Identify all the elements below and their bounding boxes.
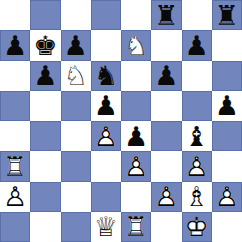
black-bishop-icon: ♝: [182, 121, 212, 151]
black-pawn-icon: ♟: [30, 61, 60, 91]
square-e2[interactable]: [121, 182, 151, 212]
square-h5[interactable]: ♟: [212, 91, 242, 121]
black-pawn-icon: ♟: [121, 121, 151, 151]
square-e8[interactable]: [121, 0, 151, 30]
piece-white-pawn[interactable]: ♟♙: [212, 182, 242, 212]
square-h8[interactable]: ♜: [212, 0, 242, 30]
square-e6[interactable]: [121, 61, 151, 91]
square-h6[interactable]: [212, 61, 242, 91]
piece-white-pawn[interactable]: ♟♙: [151, 182, 181, 212]
square-c6[interactable]: ♞♘: [61, 61, 91, 91]
white-king-icon: ♔: [182, 212, 212, 242]
square-b5[interactable]: [30, 91, 60, 121]
piece-white-pawn[interactable]: ♟♙: [91, 121, 121, 151]
square-g5[interactable]: [182, 91, 212, 121]
square-g2[interactable]: ♝♗: [182, 182, 212, 212]
square-a6[interactable]: [0, 61, 30, 91]
piece-white-rook[interactable]: ♜♖: [0, 151, 30, 181]
piece-white-rook[interactable]: ♜♖: [121, 212, 151, 242]
square-e7[interactable]: ♞♘: [121, 30, 151, 60]
white-pawn-icon: ♙: [182, 151, 212, 181]
square-c2[interactable]: [61, 182, 91, 212]
square-c4[interactable]: [61, 121, 91, 151]
white-pawn-icon: ♙: [0, 182, 30, 212]
square-e5[interactable]: [121, 91, 151, 121]
square-d8[interactable]: [91, 0, 121, 30]
black-rook-icon: ♜: [212, 0, 242, 30]
piece-black-bishop[interactable]: ♝: [182, 121, 212, 151]
piece-black-pawn[interactable]: ♟: [30, 61, 60, 91]
piece-black-pawn[interactable]: ♟: [212, 91, 242, 121]
piece-white-king[interactable]: ♚♔: [182, 212, 212, 242]
square-f4[interactable]: [151, 121, 181, 151]
square-f6[interactable]: ♟: [151, 61, 181, 91]
piece-black-rook[interactable]: ♜: [212, 0, 242, 30]
white-rook-icon: ♖: [0, 151, 30, 181]
square-g3[interactable]: ♟♙: [182, 151, 212, 181]
piece-white-knight[interactable]: ♞♘: [61, 61, 91, 91]
square-f1[interactable]: [151, 212, 181, 242]
square-g8[interactable]: [182, 0, 212, 30]
square-g1[interactable]: ♚♔: [182, 212, 212, 242]
black-knight-icon: ♞: [91, 61, 121, 91]
square-d7[interactable]: [91, 30, 121, 60]
black-pawn-icon: ♟: [212, 91, 242, 121]
square-f2[interactable]: ♟♙: [151, 182, 181, 212]
piece-black-king[interactable]: ♚: [30, 30, 60, 60]
square-f5[interactable]: [151, 91, 181, 121]
piece-white-pawn[interactable]: ♟♙: [0, 182, 30, 212]
square-e3[interactable]: ♟♙: [121, 151, 151, 181]
square-d1[interactable]: ♛♕: [91, 212, 121, 242]
square-c8[interactable]: [61, 0, 91, 30]
chess-board: ♜♜♟♚♟♞♘♟♟♞♘♞♟♟♟♟♙♟♝♜♖♟♙♟♙♟♙♟♙♝♗♟♙♛♕♜♖♚♔: [0, 0, 242, 242]
square-a7[interactable]: ♟: [0, 30, 30, 60]
square-a5[interactable]: [0, 91, 30, 121]
white-pawn-icon: ♙: [212, 182, 242, 212]
piece-white-bishop[interactable]: ♝♗: [182, 182, 212, 212]
square-f3[interactable]: [151, 151, 181, 181]
square-g7[interactable]: ♟: [182, 30, 212, 60]
square-c3[interactable]: [61, 151, 91, 181]
black-king-icon: ♚: [30, 30, 60, 60]
square-b8[interactable]: [30, 0, 60, 30]
black-pawn-icon: ♟: [151, 61, 181, 91]
black-rook-icon: ♜: [151, 0, 181, 30]
piece-white-pawn[interactable]: ♟♙: [121, 151, 151, 181]
square-h4[interactable]: [212, 121, 242, 151]
square-a1[interactable]: [0, 212, 30, 242]
square-b6[interactable]: ♟: [30, 61, 60, 91]
square-e1[interactable]: ♜♖: [121, 212, 151, 242]
white-pawn-icon: ♙: [121, 151, 151, 181]
square-f7[interactable]: [151, 30, 181, 60]
square-d6[interactable]: ♞: [91, 61, 121, 91]
square-c5[interactable]: [61, 91, 91, 121]
piece-black-pawn[interactable]: ♟: [151, 61, 181, 91]
black-pawn-icon: ♟: [61, 30, 91, 60]
square-h3[interactable]: [212, 151, 242, 181]
black-pawn-icon: ♟: [182, 30, 212, 60]
square-f8[interactable]: ♜: [151, 0, 181, 30]
square-g4[interactable]: ♝: [182, 121, 212, 151]
white-rook-icon: ♖: [121, 212, 151, 242]
square-h1[interactable]: [212, 212, 242, 242]
piece-black-pawn[interactable]: ♟: [121, 121, 151, 151]
square-e4[interactable]: ♟: [121, 121, 151, 151]
piece-black-pawn[interactable]: ♟: [91, 91, 121, 121]
square-g6[interactable]: [182, 61, 212, 91]
piece-black-pawn[interactable]: ♟: [0, 30, 30, 60]
white-queen-icon: ♕: [91, 212, 121, 242]
square-c1[interactable]: [61, 212, 91, 242]
square-b7[interactable]: ♚: [30, 30, 60, 60]
white-pawn-icon: ♙: [91, 121, 121, 151]
piece-white-pawn[interactable]: ♟♙: [182, 151, 212, 181]
piece-black-pawn[interactable]: ♟: [182, 30, 212, 60]
white-bishop-icon: ♗: [182, 182, 212, 212]
square-c7[interactable]: ♟: [61, 30, 91, 60]
white-pawn-icon: ♙: [151, 182, 181, 212]
square-a3[interactable]: ♜♖: [0, 151, 30, 181]
square-a2[interactable]: ♟♙: [0, 182, 30, 212]
square-d2[interactable]: [91, 182, 121, 212]
white-knight-icon: ♘: [61, 61, 91, 91]
chess-app: ♜♜♟♚♟♞♘♟♟♞♘♞♟♟♟♟♙♟♝♜♖♟♙♟♙♟♙♟♙♝♗♟♙♛♕♜♖♚♔: [0, 0, 242, 242]
square-a8[interactable]: [0, 0, 30, 30]
square-b4[interactable]: [30, 121, 60, 151]
black-pawn-icon: ♟: [91, 91, 121, 121]
black-pawn-icon: ♟: [0, 30, 30, 60]
square-d3[interactable]: [91, 151, 121, 181]
square-b1[interactable]: [30, 212, 60, 242]
piece-white-queen[interactable]: ♛♕: [91, 212, 121, 242]
piece-white-knight[interactable]: ♞♘: [121, 30, 151, 60]
piece-black-knight[interactable]: ♞: [91, 61, 121, 91]
square-a4[interactable]: [0, 121, 30, 151]
piece-black-rook[interactable]: ♜: [151, 0, 181, 30]
square-h7[interactable]: [212, 30, 242, 60]
square-b3[interactable]: [30, 151, 60, 181]
square-h2[interactable]: ♟♙: [212, 182, 242, 212]
square-d4[interactable]: ♟♙: [91, 121, 121, 151]
square-d5[interactable]: ♟: [91, 91, 121, 121]
white-knight-icon: ♘: [121, 30, 151, 60]
square-b2[interactable]: [30, 182, 60, 212]
piece-black-pawn[interactable]: ♟: [61, 30, 91, 60]
